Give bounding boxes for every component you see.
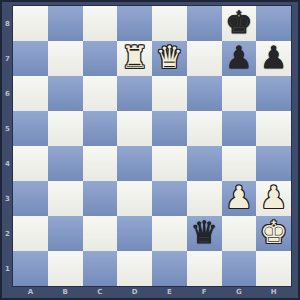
square-h1[interactable] [256,251,291,286]
square-e5[interactable] [152,111,187,146]
square-a1[interactable] [13,251,48,286]
black-king-g8[interactable]: ♚ [225,7,253,38]
white-queen-e7[interactable]: ♛ [155,42,183,73]
square-e2[interactable] [152,216,187,251]
square-b6[interactable] [48,76,83,111]
square-c5[interactable] [83,111,118,146]
square-e7[interactable]: ♛ [152,41,187,76]
square-f2[interactable]: ♛ [187,216,222,251]
square-b3[interactable] [48,181,83,216]
square-a7[interactable] [13,41,48,76]
square-c2[interactable] [83,216,118,251]
square-g3[interactable]: ♟ [222,181,257,216]
file-label-b: B [48,286,83,298]
square-d1[interactable] [117,251,152,286]
square-h2[interactable]: ♚ [256,216,291,251]
square-e3[interactable] [152,181,187,216]
file-label-f: F [187,286,222,298]
rank-label-4: 4 [2,146,13,181]
black-pawn-g7[interactable]: ♟ [225,42,253,73]
square-c3[interactable] [83,181,118,216]
board: ♚♜♛♟♟♟♟♛♚ [13,6,291,286]
square-f7[interactable] [187,41,222,76]
file-label-e: E [152,286,187,298]
file-labels: ABCDEFGH [13,286,291,298]
square-b2[interactable] [48,216,83,251]
file-label-d: D [117,286,152,298]
square-g8[interactable]: ♚ [222,6,257,41]
square-g6[interactable] [222,76,257,111]
square-d7[interactable]: ♜ [117,41,152,76]
rank-label-2: 2 [2,216,13,251]
square-f8[interactable] [187,6,222,41]
square-d6[interactable] [117,76,152,111]
square-f1[interactable] [187,251,222,286]
square-a8[interactable] [13,6,48,41]
square-g2[interactable] [222,216,257,251]
square-e8[interactable] [152,6,187,41]
square-h8[interactable] [256,6,291,41]
rank-label-6: 6 [2,76,13,111]
white-pawn-g3[interactable]: ♟ [225,182,253,213]
square-e1[interactable] [152,251,187,286]
square-g7[interactable]: ♟ [222,41,257,76]
rank-label-7: 7 [2,41,13,76]
black-pawn-h7[interactable]: ♟ [260,42,288,73]
square-f3[interactable] [187,181,222,216]
square-d2[interactable] [117,216,152,251]
square-h6[interactable] [256,76,291,111]
rank-labels: 87654321 [2,6,13,286]
square-a6[interactable] [13,76,48,111]
square-a2[interactable] [13,216,48,251]
square-c6[interactable] [83,76,118,111]
square-c8[interactable] [83,6,118,41]
square-e6[interactable] [152,76,187,111]
square-f5[interactable] [187,111,222,146]
chessboard-frame: 87654321 ♚♜♛♟♟♟♟♛♚ ABCDEFGH [0,0,300,300]
square-d3[interactable] [117,181,152,216]
square-f6[interactable] [187,76,222,111]
square-b8[interactable] [48,6,83,41]
square-b1[interactable] [48,251,83,286]
rank-label-8: 8 [2,6,13,41]
white-king-h2[interactable]: ♚ [260,217,288,248]
square-d4[interactable] [117,146,152,181]
square-f4[interactable] [187,146,222,181]
square-a5[interactable] [13,111,48,146]
square-c7[interactable] [83,41,118,76]
file-label-a: A [13,286,48,298]
square-g1[interactable] [222,251,257,286]
square-e4[interactable] [152,146,187,181]
square-d8[interactable] [117,6,152,41]
square-g4[interactable] [222,146,257,181]
black-queen-f2[interactable]: ♛ [190,217,218,248]
rank-label-1: 1 [2,251,13,286]
square-b7[interactable] [48,41,83,76]
square-b5[interactable] [48,111,83,146]
square-h3[interactable]: ♟ [256,181,291,216]
file-label-h: H [256,286,291,298]
file-label-g: G [222,286,257,298]
square-d5[interactable] [117,111,152,146]
file-label-c: C [83,286,118,298]
square-a4[interactable] [13,146,48,181]
rank-label-5: 5 [2,111,13,146]
square-b4[interactable] [48,146,83,181]
white-rook-d7[interactable]: ♜ [121,42,149,73]
square-a3[interactable] [13,181,48,216]
square-h4[interactable] [256,146,291,181]
square-h5[interactable] [256,111,291,146]
rank-label-3: 3 [2,181,13,216]
white-pawn-h3[interactable]: ♟ [260,182,288,213]
square-c4[interactable] [83,146,118,181]
square-h7[interactable]: ♟ [256,41,291,76]
square-g5[interactable] [222,111,257,146]
square-c1[interactable] [83,251,118,286]
